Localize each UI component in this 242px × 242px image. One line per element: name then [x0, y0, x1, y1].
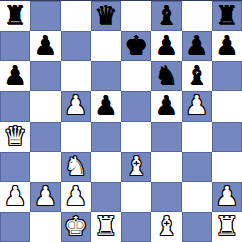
- square-h1[interactable]: ♜: [212, 212, 242, 242]
- square-g2[interactable]: [182, 182, 212, 212]
- black-rook: ♜: [3, 2, 26, 28]
- black-pawn: ♟: [94, 92, 117, 118]
- square-e6[interactable]: [121, 61, 151, 91]
- white-rook: ♜: [215, 213, 238, 239]
- black-pawn: ♟: [3, 62, 26, 88]
- square-a7[interactable]: [0, 31, 30, 61]
- square-b7[interactable]: ♟: [30, 31, 60, 61]
- square-h2[interactable]: ♟: [212, 182, 242, 212]
- square-g8[interactable]: [182, 1, 212, 31]
- square-f5[interactable]: ♟: [151, 91, 181, 121]
- white-pawn: ♟: [64, 92, 87, 118]
- square-a3[interactable]: [0, 152, 30, 182]
- white-pawn: ♟: [215, 183, 238, 209]
- square-e8[interactable]: [121, 1, 151, 31]
- square-e1[interactable]: [121, 212, 151, 242]
- square-a5[interactable]: [0, 91, 30, 121]
- square-g7[interactable]: ♟: [182, 31, 212, 61]
- square-c7[interactable]: [61, 31, 91, 61]
- square-d6[interactable]: [91, 61, 121, 91]
- square-h4[interactable]: [212, 122, 242, 152]
- black-king: ♚: [124, 32, 147, 58]
- square-e3[interactable]: ♝: [121, 152, 151, 182]
- white-rook: ♜: [94, 213, 117, 239]
- square-b1[interactable]: [30, 212, 60, 242]
- square-d3[interactable]: [91, 152, 121, 182]
- square-c2[interactable]: ♟: [61, 182, 91, 212]
- square-c8[interactable]: [61, 1, 91, 31]
- square-e7[interactable]: ♚: [121, 31, 151, 61]
- square-d8[interactable]: ♛: [91, 1, 121, 31]
- black-knight: ♞: [155, 62, 178, 88]
- square-e5[interactable]: [121, 91, 151, 121]
- square-f1[interactable]: ♝: [151, 212, 181, 242]
- square-c3[interactable]: ♞: [61, 152, 91, 182]
- black-pawn: ♟: [155, 32, 178, 58]
- square-d4[interactable]: [91, 122, 121, 152]
- square-c5[interactable]: ♟: [61, 91, 91, 121]
- square-b3[interactable]: [30, 152, 60, 182]
- square-g5[interactable]: ♟: [182, 91, 212, 121]
- black-pawn: ♟: [185, 32, 208, 58]
- square-e2[interactable]: [121, 182, 151, 212]
- square-a1[interactable]: [0, 212, 30, 242]
- chess-board: ♜♛♝♜♟♚♟♟♟♟♞♝♟♟♟♟♛♞♝♟♟♟♟♚♜♝♜: [0, 0, 242, 242]
- square-c6[interactable]: [61, 61, 91, 91]
- white-pawn: ♟: [64, 183, 87, 209]
- black-pawn: ♟: [34, 32, 57, 58]
- white-king: ♚: [64, 213, 87, 239]
- square-b2[interactable]: ♟: [30, 182, 60, 212]
- square-a2[interactable]: ♟: [0, 182, 30, 212]
- black-rook: ♜: [215, 2, 238, 28]
- square-f6[interactable]: ♞: [151, 61, 181, 91]
- black-queen: ♛: [94, 2, 117, 28]
- square-g1[interactable]: [182, 212, 212, 242]
- black-pawn: ♟: [215, 32, 238, 58]
- square-d7[interactable]: [91, 31, 121, 61]
- square-c4[interactable]: [61, 122, 91, 152]
- square-a6[interactable]: ♟: [0, 61, 30, 91]
- square-b5[interactable]: [30, 91, 60, 121]
- square-h7[interactable]: ♟: [212, 31, 242, 61]
- square-h8[interactable]: ♜: [212, 1, 242, 31]
- square-d2[interactable]: [91, 182, 121, 212]
- white-bishop: ♝: [124, 153, 147, 179]
- square-c1[interactable]: ♚: [61, 212, 91, 242]
- square-f3[interactable]: [151, 152, 181, 182]
- square-f8[interactable]: ♝: [151, 1, 181, 31]
- square-g4[interactable]: [182, 122, 212, 152]
- square-d1[interactable]: ♜: [91, 212, 121, 242]
- square-g3[interactable]: [182, 152, 212, 182]
- white-queen: ♛: [3, 123, 26, 149]
- square-a4[interactable]: ♛: [0, 122, 30, 152]
- square-g6[interactable]: ♝: [182, 61, 212, 91]
- square-f4[interactable]: [151, 122, 181, 152]
- square-a8[interactable]: ♜: [0, 1, 30, 31]
- square-h5[interactable]: [212, 91, 242, 121]
- black-bishop: ♝: [185, 62, 208, 88]
- square-e4[interactable]: [121, 122, 151, 152]
- square-h3[interactable]: [212, 152, 242, 182]
- white-pawn: ♟: [3, 183, 26, 209]
- square-f7[interactable]: ♟: [151, 31, 181, 61]
- white-pawn: ♟: [185, 92, 208, 118]
- square-b8[interactable]: [30, 1, 60, 31]
- square-b6[interactable]: [30, 61, 60, 91]
- black-bishop: ♝: [155, 2, 178, 28]
- white-knight: ♞: [64, 153, 87, 179]
- white-bishop: ♝: [155, 213, 178, 239]
- square-f2[interactable]: [151, 182, 181, 212]
- square-b4[interactable]: [30, 122, 60, 152]
- white-pawn: ♟: [34, 183, 57, 209]
- square-h6[interactable]: [212, 61, 242, 91]
- square-d5[interactable]: ♟: [91, 91, 121, 121]
- black-pawn: ♟: [155, 92, 178, 118]
